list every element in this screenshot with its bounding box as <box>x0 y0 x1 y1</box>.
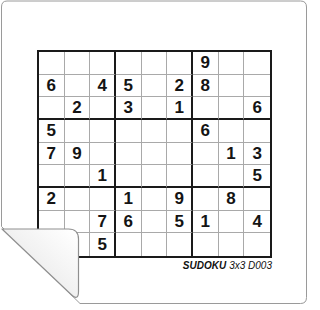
cell-r7c7[interactable] <box>193 188 219 211</box>
cell-r9c8[interactable] <box>219 233 245 256</box>
cell-r7c3[interactable] <box>90 188 116 211</box>
cell-r2c4[interactable]: 5 <box>116 75 142 98</box>
cell-r4c6[interactable] <box>167 120 193 143</box>
cell-r2c6[interactable]: 2 <box>167 75 193 98</box>
cell-r3c7[interactable] <box>193 97 219 120</box>
cell-r7c9[interactable] <box>244 188 270 211</box>
cell-r1c5[interactable] <box>142 52 168 75</box>
cell-r8c4[interactable]: 6 <box>116 211 142 234</box>
cell-r5c1[interactable]: 7 <box>39 143 65 166</box>
sudoku-board: 9645282316567913152198765145 <box>37 50 272 258</box>
cell-r3c3[interactable] <box>90 97 116 120</box>
footer-caption: SUDOKU3x3 D003 <box>183 260 272 271</box>
cell-r3c5[interactable] <box>142 97 168 120</box>
cell-r9c2[interactable] <box>65 233 91 256</box>
cell-r3c4[interactable]: 3 <box>116 97 142 120</box>
cell-r3c2[interactable]: 2 <box>65 97 91 120</box>
cell-r5c6[interactable] <box>167 143 193 166</box>
cell-r1c3[interactable] <box>90 52 116 75</box>
cell-r4c8[interactable] <box>219 120 245 143</box>
cell-r5c7[interactable] <box>193 143 219 166</box>
cell-r8c7[interactable]: 1 <box>193 211 219 234</box>
cell-r6c1[interactable] <box>39 165 65 188</box>
cell-r6c6[interactable] <box>167 165 193 188</box>
cell-r1c9[interactable] <box>244 52 270 75</box>
cell-r5c9[interactable]: 3 <box>244 143 270 166</box>
cell-r4c3[interactable] <box>90 120 116 143</box>
cell-r4c4[interactable] <box>116 120 142 143</box>
cell-r1c7[interactable]: 9 <box>193 52 219 75</box>
cell-r1c8[interactable] <box>219 52 245 75</box>
cell-r7c8[interactable]: 8 <box>219 188 245 211</box>
cell-r5c5[interactable] <box>142 143 168 166</box>
cell-r2c2[interactable] <box>65 75 91 98</box>
cell-r4c5[interactable] <box>142 120 168 143</box>
cell-r9c5[interactable] <box>142 233 168 256</box>
cell-r5c3[interactable] <box>90 143 116 166</box>
cell-r1c4[interactable] <box>116 52 142 75</box>
cell-r9c4[interactable] <box>116 233 142 256</box>
cell-r9c3[interactable]: 5 <box>90 233 116 256</box>
cell-r7c4[interactable]: 1 <box>116 188 142 211</box>
cell-r4c2[interactable] <box>65 120 91 143</box>
cell-r2c9[interactable] <box>244 75 270 98</box>
cell-r6c9[interactable]: 5 <box>244 165 270 188</box>
cell-r6c2[interactable] <box>65 165 91 188</box>
cell-r4c9[interactable] <box>244 120 270 143</box>
cell-r5c8[interactable]: 1 <box>219 143 245 166</box>
cell-r1c1[interactable] <box>39 52 65 75</box>
cell-r8c8[interactable] <box>219 211 245 234</box>
cell-r3c1[interactable] <box>39 97 65 120</box>
footer-info: 3x3 D003 <box>229 260 272 271</box>
cell-r6c4[interactable] <box>116 165 142 188</box>
cell-r9c7[interactable] <box>193 233 219 256</box>
cell-r7c5[interactable] <box>142 188 168 211</box>
cell-r8c6[interactable]: 5 <box>167 211 193 234</box>
cell-r3c8[interactable] <box>219 97 245 120</box>
cell-r8c2[interactable] <box>65 211 91 234</box>
cell-r8c3[interactable]: 7 <box>90 211 116 234</box>
cell-r4c1[interactable]: 5 <box>39 120 65 143</box>
cell-r2c1[interactable]: 6 <box>39 75 65 98</box>
cell-r2c8[interactable] <box>219 75 245 98</box>
cell-r8c9[interactable]: 4 <box>244 211 270 234</box>
cell-r7c1[interactable]: 2 <box>39 188 65 211</box>
cell-r3c6[interactable]: 1 <box>167 97 193 120</box>
cell-r9c1[interactable] <box>39 233 65 256</box>
cell-r6c8[interactable] <box>219 165 245 188</box>
cell-r2c3[interactable]: 4 <box>90 75 116 98</box>
cell-r2c5[interactable] <box>142 75 168 98</box>
cell-r3c9[interactable]: 6 <box>244 97 270 120</box>
footer-brand: SUDOKU <box>183 260 226 271</box>
cell-r9c9[interactable] <box>244 233 270 256</box>
cell-r8c5[interactable] <box>142 211 168 234</box>
cell-r6c5[interactable] <box>142 165 168 188</box>
cell-r9c6[interactable] <box>167 233 193 256</box>
cell-r5c4[interactable] <box>116 143 142 166</box>
cell-r4c7[interactable]: 6 <box>193 120 219 143</box>
cell-r8c1[interactable] <box>39 211 65 234</box>
cell-r7c2[interactable] <box>65 188 91 211</box>
cell-r2c7[interactable]: 8 <box>193 75 219 98</box>
cell-r6c3[interactable]: 1 <box>90 165 116 188</box>
cell-r1c6[interactable] <box>167 52 193 75</box>
cell-r5c2[interactable]: 9 <box>65 143 91 166</box>
cell-r7c6[interactable]: 9 <box>167 188 193 211</box>
cell-r6c7[interactable] <box>193 165 219 188</box>
cell-r1c2[interactable] <box>65 52 91 75</box>
